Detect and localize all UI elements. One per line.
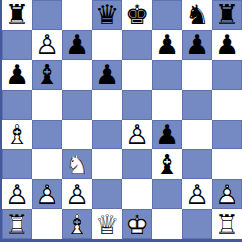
square-e5[interactable]: [122, 90, 152, 120]
square-h7[interactable]: ♟: [212, 30, 242, 60]
piece-outline-glyph: ♗: [62, 209, 92, 239]
square-a2[interactable]: ♟♙: [2, 179, 32, 209]
square-c6[interactable]: [62, 60, 92, 90]
square-g2[interactable]: ♟♙: [182, 179, 212, 209]
square-b1[interactable]: [32, 209, 62, 239]
square-h8[interactable]: ♜: [212, 0, 242, 30]
white-queen[interactable]: ♛♕: [92, 209, 122, 239]
white-king[interactable]: ♚♔: [122, 209, 152, 239]
black-rook[interactable]: ♜: [212, 0, 242, 30]
black-pawn[interactable]: ♟: [92, 60, 122, 90]
square-h1[interactable]: ♜♖: [212, 209, 242, 239]
square-a8[interactable]: ♜: [2, 0, 32, 30]
square-f4[interactable]: ♟: [152, 120, 182, 150]
square-d4[interactable]: [92, 120, 122, 150]
piece-outline-glyph: ♔: [122, 209, 152, 239]
square-c7[interactable]: ♟: [62, 30, 92, 60]
square-f8[interactable]: [152, 0, 182, 30]
square-a4[interactable]: ♝♗: [2, 120, 32, 150]
square-e6[interactable]: [122, 60, 152, 90]
square-g7[interactable]: ♟: [182, 30, 212, 60]
black-king[interactable]: ♚: [122, 0, 152, 30]
black-knight[interactable]: ♞: [182, 0, 212, 30]
piece-outline-glyph: ♘: [62, 149, 92, 179]
square-h6[interactable]: [212, 60, 242, 90]
piece-outline-glyph: ♙: [32, 30, 62, 60]
chess-board: ♜♛♚♞♜♟♙♟♟♟♟♟♝♟♝♗♟♙♟♞♘♝♟♙♟♙♟♙♟♙♟♙♜♖♝♗♛♕♚♔…: [0, 0, 242, 242]
square-d8[interactable]: ♛: [92, 0, 122, 30]
square-c5[interactable]: [62, 90, 92, 120]
square-a1[interactable]: ♜♖: [2, 209, 32, 239]
white-rook[interactable]: ♜♖: [2, 209, 32, 239]
black-pawn[interactable]: ♟: [2, 60, 32, 90]
black-pawn[interactable]: ♟: [62, 30, 92, 60]
square-g3[interactable]: [182, 149, 212, 179]
piece-outline-glyph: ♖: [212, 209, 242, 239]
piece-outline-glyph: ♙: [182, 179, 212, 209]
square-c1[interactable]: ♝♗: [62, 209, 92, 239]
square-g6[interactable]: [182, 60, 212, 90]
square-f7[interactable]: ♟: [152, 30, 182, 60]
piece-outline-glyph: ♙: [122, 120, 152, 150]
square-c3[interactable]: ♞♘: [62, 149, 92, 179]
black-pawn[interactable]: ♟: [152, 30, 182, 60]
square-d1[interactable]: ♛♕: [92, 209, 122, 239]
square-e1[interactable]: ♚♔: [122, 209, 152, 239]
square-c2[interactable]: ♟♙: [62, 179, 92, 209]
black-bishop[interactable]: ♝: [152, 149, 182, 179]
square-g1[interactable]: [182, 209, 212, 239]
white-pawn[interactable]: ♟♙: [182, 179, 212, 209]
square-h2[interactable]: ♟♙: [212, 179, 242, 209]
square-b2[interactable]: ♟♙: [32, 179, 62, 209]
white-bishop[interactable]: ♝♗: [62, 209, 92, 239]
square-b6[interactable]: ♝: [32, 60, 62, 90]
white-rook[interactable]: ♜♖: [212, 209, 242, 239]
square-c8[interactable]: [62, 0, 92, 30]
square-d7[interactable]: [92, 30, 122, 60]
square-g5[interactable]: [182, 90, 212, 120]
square-e3[interactable]: [122, 149, 152, 179]
square-a7[interactable]: [2, 30, 32, 60]
black-pawn[interactable]: ♟: [152, 120, 182, 150]
square-c4[interactable]: [62, 120, 92, 150]
piece-outline-glyph: ♕: [92, 209, 122, 239]
square-h5[interactable]: [212, 90, 242, 120]
square-e2[interactable]: [122, 179, 152, 209]
square-f2[interactable]: [152, 179, 182, 209]
black-rook[interactable]: ♜: [2, 0, 32, 30]
square-g4[interactable]: [182, 120, 212, 150]
piece-outline-glyph: ♙: [32, 179, 62, 209]
square-b8[interactable]: [32, 0, 62, 30]
piece-outline-glyph: ♙: [2, 179, 32, 209]
piece-outline-glyph: ♙: [212, 179, 242, 209]
square-b5[interactable]: [32, 90, 62, 120]
square-h4[interactable]: [212, 120, 242, 150]
white-pawn[interactable]: ♟♙: [212, 179, 242, 209]
piece-outline-glyph: ♗: [2, 120, 32, 150]
piece-outline-glyph: ♖: [2, 209, 32, 239]
square-h3[interactable]: [212, 149, 242, 179]
white-pawn[interactable]: ♟♙: [2, 179, 32, 209]
piece-outline-glyph: ♙: [62, 179, 92, 209]
square-a5[interactable]: [2, 90, 32, 120]
white-pawn[interactable]: ♟♙: [122, 120, 152, 150]
black-bishop[interactable]: ♝: [32, 60, 62, 90]
square-e7[interactable]: [122, 30, 152, 60]
square-g8[interactable]: ♞: [182, 0, 212, 30]
square-f3[interactable]: ♝: [152, 149, 182, 179]
white-pawn[interactable]: ♟♙: [62, 179, 92, 209]
square-f1[interactable]: [152, 209, 182, 239]
black-pawn[interactable]: ♟: [182, 30, 212, 60]
white-bishop[interactable]: ♝♗: [2, 120, 32, 150]
square-f6[interactable]: [152, 60, 182, 90]
square-d2[interactable]: [92, 179, 122, 209]
black-queen[interactable]: ♛: [92, 0, 122, 30]
square-d6[interactable]: ♟: [92, 60, 122, 90]
square-b4[interactable]: [32, 120, 62, 150]
square-f5[interactable]: [152, 90, 182, 120]
white-pawn[interactable]: ♟♙: [32, 179, 62, 209]
square-e4[interactable]: ♟♙: [122, 120, 152, 150]
white-knight[interactable]: ♞♘: [62, 149, 92, 179]
square-b3[interactable]: [32, 149, 62, 179]
black-pawn[interactable]: ♟: [212, 30, 242, 60]
square-b7[interactable]: ♟♙: [32, 30, 62, 60]
white-pawn[interactable]: ♟♙: [32, 30, 62, 60]
square-d5[interactable]: [92, 90, 122, 120]
square-d3[interactable]: [92, 149, 122, 179]
square-e8[interactable]: ♚: [122, 0, 152, 30]
square-a3[interactable]: [2, 149, 32, 179]
square-a6[interactable]: ♟: [2, 60, 32, 90]
